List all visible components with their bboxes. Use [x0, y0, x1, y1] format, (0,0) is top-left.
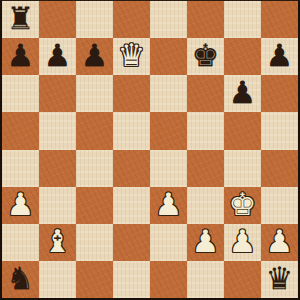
square-c1[interactable]	[76, 261, 113, 298]
square-f8[interactable]	[187, 1, 224, 38]
square-f5[interactable]	[187, 112, 224, 149]
square-d8[interactable]	[113, 1, 150, 38]
square-b1[interactable]	[39, 261, 76, 298]
black-pawn[interactable]: ♟	[229, 77, 257, 108]
square-g3[interactable]: ♚	[224, 187, 261, 224]
square-a7[interactable]: ♟	[2, 38, 39, 75]
square-a6[interactable]	[2, 75, 39, 112]
black-pawn[interactable]: ♟	[81, 40, 109, 71]
square-e2[interactable]	[150, 224, 187, 261]
square-e5[interactable]	[150, 112, 187, 149]
chess-board: ♜♟♟♟♛♚♟♟♟♟♚♝♟♟♟♞♛	[0, 0, 300, 300]
white-pawn[interactable]: ♟	[7, 189, 35, 220]
square-e1[interactable]	[150, 261, 187, 298]
square-f6[interactable]	[187, 75, 224, 112]
square-b5[interactable]	[39, 112, 76, 149]
black-knight[interactable]: ♞	[7, 263, 35, 294]
black-queen[interactable]: ♛	[266, 263, 294, 294]
square-c3[interactable]	[76, 187, 113, 224]
square-e4[interactable]	[150, 150, 187, 187]
square-g8[interactable]	[224, 1, 261, 38]
white-queen[interactable]: ♛	[118, 40, 146, 71]
white-bishop[interactable]: ♝	[44, 226, 72, 257]
square-b6[interactable]	[39, 75, 76, 112]
square-a4[interactable]	[2, 150, 39, 187]
square-c6[interactable]	[76, 75, 113, 112]
square-h6[interactable]	[261, 75, 298, 112]
white-pawn[interactable]: ♟	[192, 226, 220, 257]
square-g4[interactable]	[224, 150, 261, 187]
square-f7[interactable]: ♚	[187, 38, 224, 75]
square-a5[interactable]	[2, 112, 39, 149]
square-e6[interactable]	[150, 75, 187, 112]
black-rook[interactable]: ♜	[7, 3, 35, 34]
square-h3[interactable]	[261, 187, 298, 224]
square-g2[interactable]: ♟	[224, 224, 261, 261]
square-g5[interactable]	[224, 112, 261, 149]
square-c7[interactable]: ♟	[76, 38, 113, 75]
square-d4[interactable]	[113, 150, 150, 187]
square-e7[interactable]	[150, 38, 187, 75]
white-king[interactable]: ♚	[229, 189, 257, 220]
square-b8[interactable]	[39, 1, 76, 38]
square-f1[interactable]	[187, 261, 224, 298]
square-g7[interactable]	[224, 38, 261, 75]
square-d6[interactable]	[113, 75, 150, 112]
square-h8[interactable]	[261, 1, 298, 38]
white-pawn[interactable]: ♟	[229, 226, 257, 257]
black-pawn[interactable]: ♟	[44, 40, 72, 71]
square-d1[interactable]	[113, 261, 150, 298]
square-f4[interactable]	[187, 150, 224, 187]
black-pawn[interactable]: ♟	[7, 40, 35, 71]
square-h4[interactable]	[261, 150, 298, 187]
square-c4[interactable]	[76, 150, 113, 187]
white-pawn[interactable]: ♟	[155, 189, 183, 220]
square-f2[interactable]: ♟	[187, 224, 224, 261]
square-c5[interactable]	[76, 112, 113, 149]
square-e3[interactable]: ♟	[150, 187, 187, 224]
square-a2[interactable]	[2, 224, 39, 261]
square-a1[interactable]: ♞	[2, 261, 39, 298]
square-d5[interactable]	[113, 112, 150, 149]
square-c2[interactable]	[76, 224, 113, 261]
square-a8[interactable]: ♜	[2, 1, 39, 38]
square-e8[interactable]	[150, 1, 187, 38]
square-b4[interactable]	[39, 150, 76, 187]
square-h5[interactable]	[261, 112, 298, 149]
square-b7[interactable]: ♟	[39, 38, 76, 75]
square-h7[interactable]: ♟	[261, 38, 298, 75]
square-a3[interactable]: ♟	[2, 187, 39, 224]
black-king[interactable]: ♚	[192, 40, 220, 71]
square-d2[interactable]	[113, 224, 150, 261]
square-g6[interactable]: ♟	[224, 75, 261, 112]
square-d3[interactable]	[113, 187, 150, 224]
white-pawn[interactable]: ♟	[266, 226, 294, 257]
square-b3[interactable]	[39, 187, 76, 224]
black-pawn[interactable]: ♟	[266, 40, 294, 71]
square-d7[interactable]: ♛	[113, 38, 150, 75]
square-h2[interactable]: ♟	[261, 224, 298, 261]
square-h1[interactable]: ♛	[261, 261, 298, 298]
square-g1[interactable]	[224, 261, 261, 298]
square-c8[interactable]	[76, 1, 113, 38]
square-f3[interactable]	[187, 187, 224, 224]
square-b2[interactable]: ♝	[39, 224, 76, 261]
